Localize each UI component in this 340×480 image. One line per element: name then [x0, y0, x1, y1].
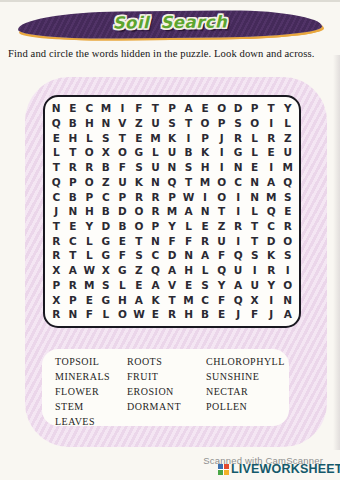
- grid-cell[interactable]: F: [114, 248, 131, 263]
- grid-cell[interactable]: E: [180, 278, 197, 293]
- grid-cell[interactable]: R: [131, 189, 148, 204]
- grid-cell[interactable]: I: [230, 204, 247, 219]
- grid-cell[interactable]: A: [197, 248, 214, 263]
- grid-cell[interactable]: U: [246, 278, 263, 293]
- grid-cell[interactable]: Q: [230, 248, 247, 263]
- grid-cell[interactable]: S: [164, 116, 181, 131]
- grid-cell[interactable]: F: [114, 160, 131, 175]
- grid-cell[interactable]: N: [65, 204, 82, 219]
- grid-cell[interactable]: R: [48, 248, 65, 263]
- grid-cell[interactable]: R: [48, 307, 65, 322]
- grid-cell[interactable]: B: [114, 219, 131, 234]
- word-list-item: TOPSOIL: [55, 354, 110, 369]
- grid-cell[interactable]: P: [197, 130, 214, 145]
- grid-cell[interactable]: L: [246, 204, 263, 219]
- grid-cell[interactable]: S: [279, 248, 296, 263]
- grid-cell[interactable]: Q: [164, 175, 181, 190]
- grid-cell[interactable]: B: [180, 145, 197, 160]
- grid-cell[interactable]: C: [81, 101, 98, 116]
- grid-cell[interactable]: Y: [263, 278, 280, 293]
- grid-cell[interactable]: N: [164, 160, 181, 175]
- grid-cell[interactable]: L: [180, 219, 197, 234]
- grid-cell[interactable]: Z: [131, 116, 148, 131]
- word-grid: NECMIFTPAEODPTYQBHNVZUSTOPSOILEHLSTEMKIP…: [43, 95, 301, 328]
- grid-cell[interactable]: G: [98, 293, 115, 308]
- grid-cell[interactable]: U: [147, 160, 164, 175]
- grid-cell[interactable]: C: [230, 175, 247, 190]
- grid-cell[interactable]: P: [147, 219, 164, 234]
- grid-cell[interactable]: E: [65, 101, 82, 116]
- grid-cell[interactable]: J: [213, 130, 230, 145]
- grid-cell[interactable]: U: [114, 175, 131, 190]
- grid-cell[interactable]: M: [98, 101, 115, 116]
- grid-cell[interactable]: C: [263, 219, 280, 234]
- grid-cell[interactable]: O: [131, 219, 148, 234]
- grid-cell[interactable]: H: [197, 160, 214, 175]
- grid-cell[interactable]: T: [180, 116, 197, 131]
- word-list-item: DORMANT: [127, 399, 181, 414]
- grid-cell[interactable]: O: [213, 101, 230, 116]
- grid-cell[interactable]: X: [48, 263, 65, 278]
- grid-cell[interactable]: P: [65, 293, 82, 308]
- grid-cell[interactable]: F: [213, 248, 230, 263]
- grid-cell[interactable]: F: [213, 293, 230, 308]
- grid-cell[interactable]: E: [246, 160, 263, 175]
- grid-cell[interactable]: A: [164, 263, 181, 278]
- grid-cell[interactable]: L: [81, 248, 98, 263]
- grid-cell[interactable]: Q: [48, 175, 65, 190]
- grid-cell[interactable]: I: [263, 160, 280, 175]
- word-list: TOPSOILMINERALSFLOWERSTEMLEAVES ROOTSFRU…: [42, 349, 289, 426]
- grid-cell[interactable]: I: [180, 130, 197, 145]
- grid-cell[interactable]: O: [131, 204, 148, 219]
- grid-cell[interactable]: F: [81, 307, 98, 322]
- grid-cell[interactable]: V: [114, 116, 131, 131]
- grid-cell[interactable]: C: [98, 189, 115, 204]
- grid-cell[interactable]: L: [81, 130, 98, 145]
- grid-cell[interactable]: W: [81, 263, 98, 278]
- grid-cell[interactable]: F: [246, 307, 263, 322]
- grid-cell[interactable]: E: [197, 219, 214, 234]
- grid-cell[interactable]: A: [180, 101, 197, 116]
- grid-cell[interactable]: R: [230, 130, 247, 145]
- grid-cell[interactable]: J: [48, 204, 65, 219]
- grid-cell[interactable]: Y: [164, 219, 181, 234]
- grid-cell[interactable]: G: [98, 248, 115, 263]
- grid-cell[interactable]: R: [263, 130, 280, 145]
- grid-cell[interactable]: T: [48, 160, 65, 175]
- grid-cell[interactable]: R: [164, 307, 181, 322]
- grid-cell[interactable]: S: [131, 160, 148, 175]
- scan-artifact-line: [0, 0, 340, 2]
- grid-cell[interactable]: N: [246, 175, 263, 190]
- grid-cell[interactable]: G: [131, 145, 148, 160]
- grid-cell[interactable]: A: [131, 293, 148, 308]
- grid-cell[interactable]: H: [65, 130, 82, 145]
- grid-cell[interactable]: M: [279, 160, 296, 175]
- grid-cell[interactable]: B: [98, 160, 115, 175]
- grid-cell[interactable]: P: [65, 175, 82, 190]
- grid-cell[interactable]: G: [230, 145, 247, 160]
- grid-cell[interactable]: P: [164, 189, 181, 204]
- liveworksheets-wordmark: LIVEWORKSHEETS: [231, 462, 340, 476]
- grid-cell[interactable]: T: [246, 219, 263, 234]
- grid-cell[interactable]: Q: [263, 204, 280, 219]
- grid-cell[interactable]: F: [164, 234, 181, 249]
- grid-cell[interactable]: M: [263, 189, 280, 204]
- grid-cell[interactable]: E: [213, 307, 230, 322]
- grid-cell[interactable]: B: [98, 204, 115, 219]
- grid-cell[interactable]: W: [180, 189, 197, 204]
- grid-cell[interactable]: V: [164, 278, 181, 293]
- grid-cell[interactable]: X: [98, 145, 115, 160]
- word-list-item: EROSION: [127, 384, 181, 399]
- page-title: Soil Search: [18, 11, 322, 33]
- grid-cell[interactable]: E: [48, 130, 65, 145]
- grid-cell[interactable]: X: [246, 293, 263, 308]
- grid-cell[interactable]: D: [98, 219, 115, 234]
- grid-cell[interactable]: R: [263, 263, 280, 278]
- grid-cell[interactable]: P: [246, 101, 263, 116]
- instruction-text: Find and circle the words hidden in the …: [8, 48, 338, 59]
- grid-cell[interactable]: O: [246, 116, 263, 131]
- grid-cell[interactable]: U: [279, 145, 296, 160]
- grid-cell[interactable]: R: [48, 234, 65, 249]
- grid-cell[interactable]: R: [230, 219, 247, 234]
- grid-cell[interactable]: O: [197, 116, 214, 131]
- grid-cell[interactable]: N: [48, 101, 65, 116]
- grid-cell[interactable]: Q: [213, 263, 230, 278]
- grid-cell[interactable]: X: [98, 263, 115, 278]
- grid-cell[interactable]: W: [131, 307, 148, 322]
- grid-cell[interactable]: T: [180, 175, 197, 190]
- grid-cell[interactable]: T: [263, 101, 280, 116]
- grid-cell[interactable]: P: [114, 189, 131, 204]
- grid-cell[interactable]: R: [81, 160, 98, 175]
- grid-cell[interactable]: I: [213, 145, 230, 160]
- grid-cell[interactable]: I: [263, 293, 280, 308]
- grid-cell[interactable]: Y: [279, 101, 296, 116]
- grid-cell[interactable]: S: [131, 248, 148, 263]
- grid-cell[interactable]: S: [180, 160, 197, 175]
- grid-cell[interactable]: O: [114, 145, 131, 160]
- grid-cell[interactable]: R: [197, 234, 214, 249]
- grid-cell[interactable]: T: [213, 204, 230, 219]
- grid-cell[interactable]: N: [65, 307, 82, 322]
- grid-cell[interactable]: I: [230, 234, 247, 249]
- grid-cell[interactable]: E: [147, 307, 164, 322]
- grid-cell[interactable]: H: [81, 204, 98, 219]
- grid-cell[interactable]: E: [263, 145, 280, 160]
- grid-cell[interactable]: A: [279, 307, 296, 322]
- grid-cell[interactable]: A: [263, 175, 280, 190]
- grid-cell[interactable]: O: [279, 234, 296, 249]
- grid-cell[interactable]: Y: [213, 278, 230, 293]
- grid-cell[interactable]: U: [230, 263, 247, 278]
- word-list-item: FLOWER: [55, 384, 110, 399]
- grid-cell[interactable]: K: [263, 248, 280, 263]
- grid-cell[interactable]: Q: [48, 116, 65, 131]
- grid-cell[interactable]: R: [147, 189, 164, 204]
- grid-cell[interactable]: R: [65, 160, 82, 175]
- grid-cell[interactable]: N: [147, 175, 164, 190]
- grid-cell[interactable]: B: [65, 189, 82, 204]
- grid-cell[interactable]: S: [197, 278, 214, 293]
- worksheet-page: Soil Search Find and circle the words hi…: [0, 0, 340, 480]
- word-list-item: POLLEN: [206, 399, 285, 414]
- grid-cell[interactable]: K: [147, 293, 164, 308]
- grid-cell[interactable]: E: [81, 293, 98, 308]
- grid-cell[interactable]: D: [114, 204, 131, 219]
- word-list-item: NECTAR: [206, 384, 285, 399]
- grid-cell[interactable]: L: [279, 116, 296, 131]
- grid-cell[interactable]: G: [98, 234, 115, 249]
- grid-cell[interactable]: I: [197, 189, 214, 204]
- grid-cell[interactable]: Z: [213, 219, 230, 234]
- grid-cell[interactable]: C: [197, 293, 214, 308]
- liveworksheets-logo: LIVEWORKSHEETS: [218, 462, 340, 476]
- grid-cell[interactable]: B: [197, 307, 214, 322]
- word-list-item: LEAVES: [55, 414, 110, 429]
- grid-cell[interactable]: L: [246, 145, 263, 160]
- word-list-item: ROOTS: [127, 354, 181, 369]
- grid-cell[interactable]: R: [65, 278, 82, 293]
- grid-cell[interactable]: L: [246, 130, 263, 145]
- grid-cell[interactable]: E: [131, 130, 148, 145]
- grid-cell[interactable]: C: [65, 234, 82, 249]
- grid-cell[interactable]: L: [81, 234, 98, 249]
- grid-cell[interactable]: H: [180, 263, 197, 278]
- grid-cell[interactable]: P: [48, 278, 65, 293]
- grid-cell[interactable]: M: [164, 204, 181, 219]
- grid-cell[interactable]: L: [197, 263, 214, 278]
- grid-cell[interactable]: U: [213, 234, 230, 249]
- grid-cell[interactable]: L: [48, 145, 65, 160]
- title-banner: Soil Search: [18, 9, 322, 39]
- grid-cell[interactable]: N: [246, 189, 263, 204]
- grid-cell[interactable]: I: [213, 160, 230, 175]
- grid-cell[interactable]: S: [279, 189, 296, 204]
- grid-cell[interactable]: F: [180, 234, 197, 249]
- grid-cell[interactable]: T: [246, 234, 263, 249]
- grid-cell[interactable]: G: [114, 263, 131, 278]
- grid-cell[interactable]: H: [114, 293, 131, 308]
- grid-cell[interactable]: P: [213, 116, 230, 131]
- grid-cell[interactable]: I: [114, 101, 131, 116]
- grid-cell[interactable]: E: [65, 219, 82, 234]
- grid-cell[interactable]: K: [197, 145, 214, 160]
- grid-cell[interactable]: E: [197, 101, 214, 116]
- grid-cell[interactable]: E: [279, 204, 296, 219]
- grid-cell[interactable]: T: [65, 145, 82, 160]
- grid-cell[interactable]: R: [147, 204, 164, 219]
- word-list-item: SUNSHINE: [206, 369, 285, 384]
- grid-cell[interactable]: A: [65, 263, 82, 278]
- grid-cell[interactable]: S: [98, 130, 115, 145]
- grid-cell[interactable]: R: [279, 219, 296, 234]
- grid-cell[interactable]: T: [48, 219, 65, 234]
- grid-cell[interactable]: T: [147, 101, 164, 116]
- grid-cell[interactable]: Z: [131, 263, 148, 278]
- grid-cell[interactable]: H: [180, 307, 197, 322]
- grid-cell[interactable]: Q: [147, 263, 164, 278]
- grid-cell[interactable]: I: [279, 263, 296, 278]
- grid-cell[interactable]: L: [147, 145, 164, 160]
- grid-cell[interactable]: H: [81, 116, 98, 131]
- word-list-item: CHLOROPHYLL: [206, 354, 285, 369]
- grid-cell[interactable]: C: [48, 189, 65, 204]
- grid-cell[interactable]: T: [131, 234, 148, 249]
- word-list-item: MINERALS: [55, 369, 110, 384]
- scan-edge-shadow: [333, 55, 340, 450]
- grid-cell[interactable]: U: [164, 145, 181, 160]
- grid-cell[interactable]: T: [164, 293, 181, 308]
- grid-cell[interactable]: T: [114, 130, 131, 145]
- grid-cell[interactable]: O: [213, 175, 230, 190]
- grid-cell[interactable]: N: [98, 116, 115, 131]
- grid-cell[interactable]: O: [114, 307, 131, 322]
- grid-cell[interactable]: A: [180, 204, 197, 219]
- grid-cell[interactable]: M: [197, 175, 214, 190]
- grid-cell[interactable]: N: [197, 204, 214, 219]
- grid-cell[interactable]: U: [147, 116, 164, 131]
- grid-cell[interactable]: Z: [279, 130, 296, 145]
- grid-cell[interactable]: I: [263, 116, 280, 131]
- grid-cell[interactable]: S: [246, 248, 263, 263]
- grid-cell[interactable]: X: [48, 293, 65, 308]
- grid-cell[interactable]: D: [164, 248, 181, 263]
- grid-cell[interactable]: A: [147, 278, 164, 293]
- grid-cell[interactable]: P: [164, 101, 181, 116]
- grid-cell[interactable]: J: [230, 307, 247, 322]
- grid-cell[interactable]: Q: [279, 175, 296, 190]
- word-list-item: FRUIT: [127, 369, 181, 384]
- grid-cell[interactable]: O: [81, 145, 98, 160]
- grid-cell[interactable]: Z: [98, 175, 115, 190]
- grid-cell[interactable]: L: [114, 278, 131, 293]
- grid-cell[interactable]: K: [131, 175, 148, 190]
- grid-cell[interactable]: S: [98, 278, 115, 293]
- grid-cell[interactable]: Q: [230, 293, 247, 308]
- grid-cell[interactable]: N: [230, 160, 247, 175]
- grid-cell[interactable]: M: [180, 293, 197, 308]
- grid-cell[interactable]: O: [279, 278, 296, 293]
- grid-cell[interactable]: P: [81, 189, 98, 204]
- grid-cell[interactable]: D: [230, 101, 247, 116]
- grid-cell[interactable]: J: [263, 307, 280, 322]
- grid-cell[interactable]: T: [65, 248, 82, 263]
- grid-cell[interactable]: N: [180, 248, 197, 263]
- grid-cell[interactable]: L: [98, 307, 115, 322]
- word-column-2: ROOTSFRUITEROSIONDORMANT: [127, 354, 181, 414]
- grid-cell[interactable]: M: [81, 278, 98, 293]
- grid-cell[interactable]: E: [114, 234, 131, 249]
- grid-cell[interactable]: O: [213, 189, 230, 204]
- grid-cell[interactable]: O: [81, 175, 98, 190]
- grid-cell[interactable]: M: [147, 130, 164, 145]
- grid-cell[interactable]: F: [131, 101, 148, 116]
- word-list-item: STEM: [55, 399, 110, 414]
- grid-cell[interactable]: N: [147, 234, 164, 249]
- grid-cell[interactable]: E: [131, 278, 148, 293]
- word-column-1: TOPSOILMINERALSFLOWERSTEMLEAVES: [55, 354, 110, 429]
- grid-cell[interactable]: C: [147, 248, 164, 263]
- word-column-3: CHLOROPHYLLSUNSHINENECTARPOLLEN: [206, 354, 285, 414]
- grid-cell[interactable]: D: [263, 234, 280, 249]
- grid-cell[interactable]: I: [246, 263, 263, 278]
- grid-cell[interactable]: A: [230, 278, 247, 293]
- grid-cell[interactable]: N: [279, 293, 296, 308]
- grid-cell[interactable]: I: [230, 189, 247, 204]
- grid-cell[interactable]: Y: [81, 219, 98, 234]
- grid-cell[interactable]: K: [164, 130, 181, 145]
- liveworksheets-grid-icon: [218, 464, 229, 475]
- grid-cell[interactable]: B: [65, 116, 82, 131]
- grid-cell[interactable]: S: [230, 116, 247, 131]
